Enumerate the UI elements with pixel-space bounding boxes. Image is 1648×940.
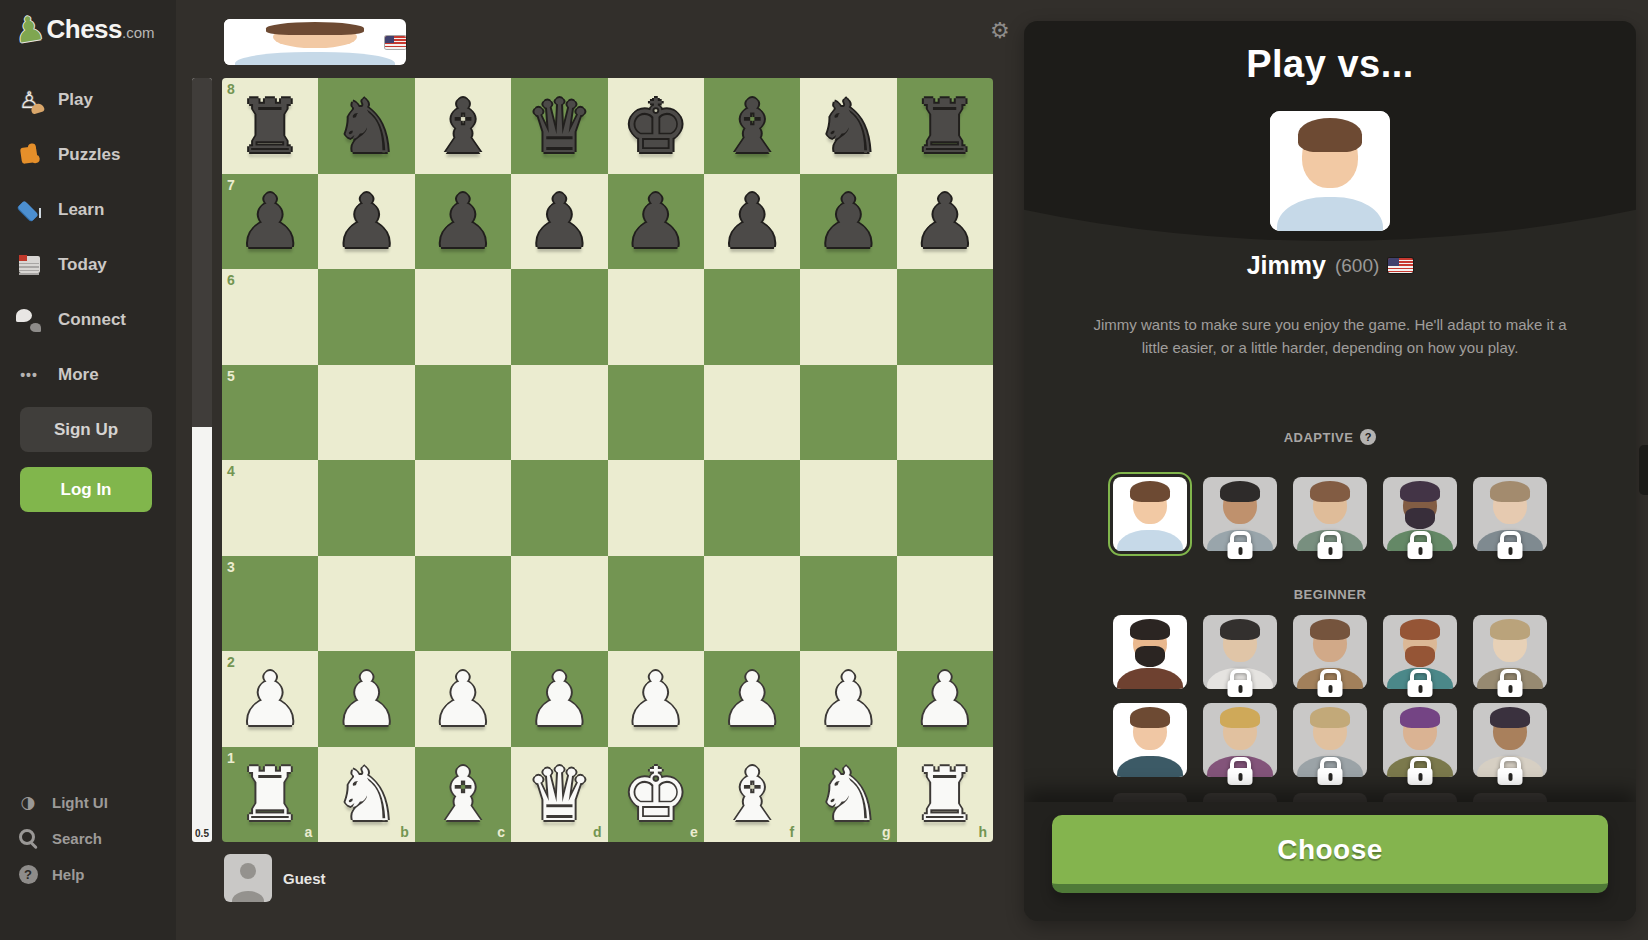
sidebar-item-label: More	[58, 365, 99, 385]
beginner-label: BEGINNER	[1294, 587, 1367, 602]
square-d6[interactable]	[511, 269, 607, 365]
square-d3[interactable]	[511, 556, 607, 652]
newspaper-icon	[16, 252, 42, 278]
rank-label: 4	[227, 463, 235, 479]
white-queen[interactable]: ♛	[526, 757, 592, 831]
rank-label: 5	[227, 368, 235, 384]
scrollbar-thumb[interactable]	[1639, 445, 1648, 495]
locked-bot-avatar[interactable]	[1473, 477, 1547, 551]
white-rook[interactable]: ♜	[237, 757, 303, 831]
hidden-bot-avatar-top	[1113, 793, 1187, 802]
panel-title: Play vs...	[1024, 43, 1636, 86]
guest-name: Guest	[283, 870, 326, 887]
file-label: f	[790, 824, 795, 840]
sidebar-item-connect[interactable]: Connect	[0, 292, 176, 347]
square-g7[interactable]: ♟	[800, 174, 896, 270]
square-b3[interactable]	[318, 556, 414, 652]
black-pawn[interactable]: ♟	[912, 184, 978, 258]
help-button[interactable]: ? Help	[0, 856, 176, 892]
square-h5[interactable]	[897, 365, 993, 461]
square-c8[interactable]: ♝	[415, 78, 511, 174]
square-e6[interactable]	[608, 269, 704, 365]
square-c1[interactable]: c♝	[415, 747, 511, 843]
sidebar-item-puzzles[interactable]: Puzzles	[0, 127, 176, 182]
black-bishop[interactable]: ♝	[430, 89, 496, 163]
logo-pawn-icon: ♟	[12, 12, 47, 47]
guest-avatar[interactable]	[224, 854, 272, 902]
square-e2[interactable]: ♟	[608, 651, 704, 747]
search-label: Search	[52, 830, 102, 847]
chess-board[interactable]: 8♜♞♝♛♚♝♞♜7♟♟♟♟♟♟♟♟65432♟♟♟♟♟♟♟♟1a♜b♞c♝d♛…	[222, 78, 993, 842]
square-g5[interactable]	[800, 365, 896, 461]
help-label: Help	[52, 866, 85, 883]
beginner-bot-row-1	[1024, 615, 1636, 689]
file-label: a	[305, 824, 313, 840]
square-a2[interactable]: 2♟	[222, 651, 318, 747]
file-label: b	[400, 824, 409, 840]
panel-footer: Choose	[1024, 802, 1636, 921]
bot-portrait	[1270, 111, 1390, 231]
black-pawn[interactable]: ♟	[430, 184, 496, 258]
sign-up-button[interactable]: Sign Up	[20, 407, 152, 452]
bot-rating: (600)	[1335, 255, 1379, 277]
square-e7[interactable]: ♟	[608, 174, 704, 270]
square-b4[interactable]	[318, 460, 414, 556]
contrast-icon: ◑	[18, 792, 38, 812]
square-f4[interactable]	[704, 460, 800, 556]
locked-bot-avatar[interactable]	[1203, 703, 1277, 777]
square-h3[interactable]	[897, 556, 993, 652]
locked-bot-avatar[interactable]	[1473, 703, 1547, 777]
square-a3[interactable]: 3	[222, 556, 318, 652]
sidebar-item-learn[interactable]: Learn	[0, 182, 176, 237]
bot-description: Jimmy wants to make sure you enjoy the g…	[1080, 313, 1580, 359]
sidebar-item-label: Learn	[58, 200, 104, 220]
white-rook[interactable]: ♜	[912, 757, 978, 831]
square-g8[interactable]: ♞	[800, 78, 896, 174]
white-pawn[interactable]: ♟	[815, 662, 881, 736]
square-b5[interactable]	[318, 365, 414, 461]
sidebar-nav: ♙ Play Puzzles Learn Today Connect •••	[0, 72, 176, 402]
square-h4[interactable]	[897, 460, 993, 556]
black-bishop[interactable]: ♝	[719, 89, 785, 163]
search-button[interactable]: Search	[0, 820, 176, 856]
black-queen[interactable]: ♛	[526, 89, 592, 163]
black-pawn[interactable]: ♟	[623, 184, 689, 258]
white-pawn[interactable]: ♟	[912, 662, 978, 736]
square-d5[interactable]	[511, 365, 607, 461]
square-c7[interactable]: ♟	[415, 174, 511, 270]
sidebar-item-label: Puzzles	[58, 145, 120, 165]
hidden-bot-avatar-top	[1383, 793, 1457, 802]
square-e3[interactable]	[608, 556, 704, 652]
hidden-bot-avatar-top	[1293, 793, 1367, 802]
lock-icon	[1228, 531, 1253, 559]
adaptive-section-header: ADAPTIVE ?	[1024, 429, 1636, 445]
white-pawn[interactable]: ♟	[333, 662, 399, 736]
square-e1[interactable]: e♚	[608, 747, 704, 843]
white-pawn[interactable]: ♟	[237, 662, 303, 736]
black-pawn[interactable]: ♟	[237, 184, 303, 258]
bot-name-row: Jimmy (600)	[1024, 251, 1636, 280]
rank-label: 6	[227, 272, 235, 288]
square-c3[interactable]	[415, 556, 511, 652]
square-a5[interactable]: 5	[222, 365, 318, 461]
square-d8[interactable]: ♛	[511, 78, 607, 174]
help-icon: ?	[18, 864, 38, 884]
square-d4[interactable]	[511, 460, 607, 556]
square-a7[interactable]: 7♟	[222, 174, 318, 270]
play-vs-panel: Play vs... Jimmy (600) Jimmy wants to ma…	[1024, 21, 1636, 921]
black-rook[interactable]: ♜	[237, 89, 303, 163]
sidebar: ♟ Chess.com ♙ Play Puzzles Learn Today	[0, 0, 176, 940]
square-f5[interactable]	[704, 365, 800, 461]
square-d1[interactable]: d♛	[511, 747, 607, 843]
file-label: e	[690, 824, 698, 840]
white-pawn[interactable]: ♟	[526, 662, 592, 736]
black-knight[interactable]: ♞	[333, 89, 399, 163]
white-king[interactable]: ♚	[623, 757, 689, 831]
bot-avatar-large	[1270, 111, 1390, 231]
rank-label: 2	[227, 654, 235, 670]
square-f2[interactable]: ♟	[704, 651, 800, 747]
square-b7[interactable]: ♟	[318, 174, 414, 270]
square-h6[interactable]	[897, 269, 993, 365]
chesscom-logo[interactable]: ♟ Chess.com	[0, 0, 176, 45]
choose-button[interactable]: Choose	[1052, 815, 1608, 893]
square-f1[interactable]: f♝	[704, 747, 800, 843]
evaluation-bar: 0.5	[192, 78, 212, 842]
locked-bot-avatar[interactable]	[1383, 703, 1457, 777]
square-e4[interactable]	[608, 460, 704, 556]
lock-icon	[1318, 757, 1343, 785]
locked-bot-avatar[interactable]	[1203, 477, 1277, 551]
adaptive-label: ADAPTIVE	[1284, 430, 1354, 445]
square-c6[interactable]	[415, 269, 511, 365]
selected-bot-avatar[interactable]	[1113, 477, 1187, 551]
square-g1[interactable]: g♞	[800, 747, 896, 843]
file-label: c	[497, 824, 505, 840]
white-pawn[interactable]: ♟	[430, 662, 496, 736]
white-bishop[interactable]: ♝	[430, 757, 496, 831]
file-label: h	[978, 824, 987, 840]
hidden-bot-avatar-top	[1473, 793, 1547, 802]
pawn-hand-icon: ♙	[16, 87, 42, 113]
sidebar-item-label: Connect	[58, 310, 126, 330]
square-f6[interactable]	[704, 269, 800, 365]
lock-icon	[1408, 669, 1433, 697]
square-d2[interactable]: ♟	[511, 651, 607, 747]
black-pawn[interactable]: ♟	[815, 184, 881, 258]
bot-portrait	[1113, 615, 1187, 689]
lock-icon	[1228, 669, 1253, 697]
sidebar-footer: ◑ Light UI Search ? Help	[0, 784, 176, 892]
chat-bubbles-icon	[16, 307, 42, 333]
rank-label: 8	[227, 81, 235, 97]
square-b1[interactable]: b♞	[318, 747, 414, 843]
sidebar-item-label: Play	[58, 90, 93, 110]
next-bot-row-peek	[1024, 793, 1636, 802]
square-c5[interactable]	[415, 365, 511, 461]
square-h8[interactable]: ♜	[897, 78, 993, 174]
square-b6[interactable]	[318, 269, 414, 365]
square-f7[interactable]: ♟	[704, 174, 800, 270]
board-settings-gear-icon[interactable]: ⚙	[990, 18, 1010, 43]
bot-portrait	[1113, 477, 1187, 551]
beginner-section-header: BEGINNER	[1024, 587, 1636, 602]
adaptive-bot-row	[1024, 477, 1636, 551]
white-knight[interactable]: ♞	[815, 757, 881, 831]
square-a8[interactable]: 8♜	[222, 78, 318, 174]
opponent-avatar[interactable]	[224, 19, 270, 65]
square-a6[interactable]: 6	[222, 269, 318, 365]
chess-app-window: ♟ Chess.com ♙ Play Puzzles Learn Today	[0, 0, 1648, 940]
file-label: g	[882, 824, 891, 840]
square-g4[interactable]	[800, 460, 896, 556]
bot-portrait	[1113, 703, 1187, 777]
evaluation-bar-black	[192, 78, 212, 427]
square-h7[interactable]: ♟	[897, 174, 993, 270]
square-h2[interactable]: ♟	[897, 651, 993, 747]
white-bishop[interactable]: ♝	[719, 757, 785, 831]
bot-portrait	[224, 19, 406, 65]
lock-icon	[1498, 757, 1523, 785]
lock-icon	[1228, 757, 1253, 785]
square-f3[interactable]	[704, 556, 800, 652]
us-flag-icon	[1388, 258, 1413, 273]
black-knight[interactable]: ♞	[815, 89, 881, 163]
lock-icon	[1408, 531, 1433, 559]
square-e8[interactable]: ♚	[608, 78, 704, 174]
light-ui-label: Light UI	[52, 794, 108, 811]
locked-bot-avatar[interactable]	[1203, 615, 1277, 689]
locked-bot-avatar[interactable]	[1383, 477, 1457, 551]
rank-label: 1	[227, 750, 235, 766]
us-flag-icon	[385, 36, 406, 49]
evaluation-value: 0.5	[192, 828, 212, 839]
black-pawn[interactable]: ♟	[719, 184, 785, 258]
square-g6[interactable]	[800, 269, 896, 365]
square-c2[interactable]: ♟	[415, 651, 511, 747]
lock-icon	[1318, 669, 1343, 697]
sidebar-item-today[interactable]: Today	[0, 237, 176, 292]
rank-label: 7	[227, 177, 235, 193]
locked-bot-avatar[interactable]	[1383, 615, 1457, 689]
square-b2[interactable]: ♟	[318, 651, 414, 747]
lock-icon	[1408, 757, 1433, 785]
square-h1[interactable]: h♜	[897, 747, 993, 843]
log-in-button[interactable]: Log In	[20, 467, 152, 512]
black-pawn[interactable]: ♟	[333, 184, 399, 258]
rank-label: 3	[227, 559, 235, 575]
logo-text: Chess.com	[46, 14, 154, 45]
bottom-player-row: Guest	[224, 854, 326, 902]
square-f8[interactable]: ♝	[704, 78, 800, 174]
black-rook[interactable]: ♜	[912, 89, 978, 163]
sidebar-item-play[interactable]: ♙ Play	[0, 72, 176, 127]
square-e5[interactable]	[608, 365, 704, 461]
puzzle-icon	[16, 142, 42, 168]
lock-icon	[1498, 669, 1523, 697]
hidden-bot-avatar-top	[1203, 793, 1277, 802]
locked-bot-avatar[interactable]	[1293, 477, 1367, 551]
bot-avatar[interactable]	[1113, 703, 1187, 777]
top-player-row: Jimmy (600)	[224, 19, 406, 65]
locked-bot-avatar[interactable]	[1473, 615, 1547, 689]
square-a4[interactable]: 4	[222, 460, 318, 556]
lock-icon	[1318, 531, 1343, 559]
white-knight[interactable]: ♞	[333, 757, 399, 831]
square-g3[interactable]	[800, 556, 896, 652]
search-icon	[18, 828, 38, 848]
ellipsis-icon: •••	[16, 362, 42, 388]
white-pawn[interactable]: ♟	[623, 662, 689, 736]
lock-icon	[1498, 531, 1523, 559]
square-c4[interactable]	[415, 460, 511, 556]
file-label: d	[593, 824, 602, 840]
black-king[interactable]: ♚	[623, 89, 689, 163]
beginner-bot-row-2	[1024, 703, 1636, 777]
sidebar-item-more[interactable]: ••• More	[0, 347, 176, 402]
square-a1[interactable]: 1a♜	[222, 747, 318, 843]
graduation-cap-icon	[16, 197, 42, 223]
locked-bot-avatar[interactable]	[1293, 615, 1367, 689]
adaptive-help-icon[interactable]: ?	[1360, 429, 1376, 445]
sidebar-item-label: Today	[58, 255, 107, 275]
bot-name: Jimmy	[1247, 251, 1326, 280]
square-d7[interactable]: ♟	[511, 174, 607, 270]
locked-bot-avatar[interactable]	[1293, 703, 1367, 777]
black-pawn[interactable]: ♟	[526, 184, 592, 258]
bot-avatar[interactable]	[1113, 615, 1187, 689]
square-b8[interactable]: ♞	[318, 78, 414, 174]
light-ui-toggle[interactable]: ◑ Light UI	[0, 784, 176, 820]
square-g2[interactable]: ♟	[800, 651, 896, 747]
white-pawn[interactable]: ♟	[719, 662, 785, 736]
